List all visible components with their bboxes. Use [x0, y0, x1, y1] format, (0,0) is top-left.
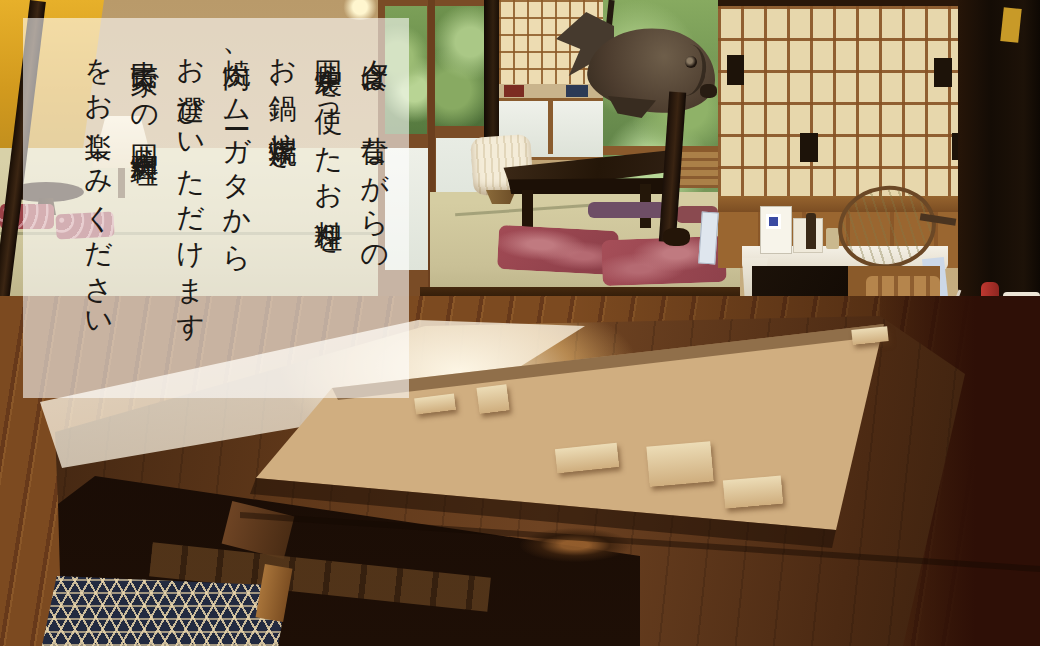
yellow-tag — [1000, 7, 1021, 43]
caption-line: 夕食は、昔ながらの — [351, 38, 397, 384]
caption-line: お鍋、炉端焼き、 — [259, 38, 305, 384]
frosted-panel-mullion — [548, 98, 553, 154]
qr-code — [766, 214, 781, 229]
shoji-lattice-wall — [718, 0, 976, 204]
caption-line: 囲炉裏を使ったお料理を — [305, 38, 351, 384]
fish-eye — [685, 56, 697, 68]
shoji-open-cell — [800, 133, 818, 162]
purple-cushion — [588, 202, 666, 218]
hearth-brick — [723, 476, 783, 509]
bottle — [806, 213, 816, 249]
rail-navy-panel — [566, 85, 588, 97]
fish-mouth — [700, 84, 717, 98]
hearth-brick — [646, 441, 713, 486]
veranda-bench — [676, 152, 720, 188]
shoji-open-cell — [727, 55, 744, 85]
hearth-hook-knob — [663, 228, 690, 246]
shoji-open-cell — [934, 58, 952, 87]
caption-line: 焼肉、ムーガタから — [213, 38, 259, 384]
leaning-paper — [698, 211, 719, 264]
small-jar — [826, 228, 839, 249]
hearth-brick — [477, 384, 510, 413]
caption-overlay: 夕食は、昔ながらの 囲炉裏を使ったお料理を お鍋、炉端焼き、 焼肉、ムーガタから… — [23, 18, 409, 398]
caption-line: 古民家での囲炉裏料理 — [121, 38, 167, 384]
caption-line: をお楽しみください — [75, 38, 121, 384]
asanoha-pattern-stool — [42, 576, 288, 646]
caption-line: お選びいただけます — [167, 38, 213, 384]
photo-kominka-irori-room: 夕食は、昔ながらの 囲炉裏を使ったお料理を お鍋、炉端焼き、 焼肉、ムーガタから… — [0, 0, 1040, 646]
caption-vertical-text: 夕食は、昔ながらの 囲炉裏を使ったお料理を お鍋、炉端焼き、 焼肉、ムーガタから… — [23, 18, 409, 398]
rail-red-panel — [504, 85, 524, 97]
